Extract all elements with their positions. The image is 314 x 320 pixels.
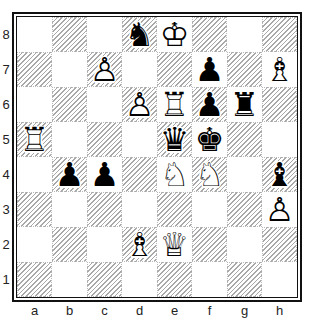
square-a1[interactable]	[17, 262, 52, 297]
white-bishop-piece-glyph: ♗	[265, 52, 295, 87]
square-c2[interactable]	[87, 227, 122, 262]
rank-labels: 87654321	[0, 17, 12, 297]
square-c5[interactable]	[87, 122, 122, 157]
file-label-d: d	[122, 302, 157, 319]
square-d6[interactable]: ♟♙	[122, 87, 157, 122]
black-rook-piece-glyph: ♜	[230, 87, 260, 122]
white-rook-piece: ♜♖	[157, 87, 192, 122]
file-label-g: g	[227, 302, 262, 319]
square-c6[interactable]	[87, 87, 122, 122]
square-g7[interactable]	[227, 52, 262, 87]
black-bishop-piece-glyph: ♝	[265, 157, 295, 192]
square-e4[interactable]: ♞♘	[157, 157, 192, 192]
square-b3[interactable]	[52, 192, 87, 227]
black-pawn-piece-glyph: ♟	[195, 87, 225, 122]
square-d3[interactable]	[122, 192, 157, 227]
square-b6[interactable]	[52, 87, 87, 122]
file-label-c: c	[87, 302, 122, 319]
rank-label-8: 8	[0, 17, 12, 52]
file-label-h: h	[262, 302, 297, 319]
white-knight-piece-glyph: ♘	[160, 157, 190, 192]
square-d7[interactable]	[122, 52, 157, 87]
square-b8[interactable]	[52, 17, 87, 52]
square-e3[interactable]	[157, 192, 192, 227]
square-e8[interactable]: ♚♔	[157, 17, 192, 52]
white-bishop-piece-glyph: ♗	[125, 227, 155, 262]
square-f6[interactable]: ♟♟	[192, 87, 227, 122]
white-rook-piece: ♜♖	[18, 123, 51, 156]
square-e2[interactable]: ♛♕	[157, 227, 192, 262]
square-c3[interactable]	[87, 192, 122, 227]
rank-label-5: 5	[0, 122, 12, 157]
square-g1[interactable]	[227, 262, 262, 297]
white-pawn-piece-glyph: ♙	[90, 52, 120, 87]
black-pawn-piece: ♟♟	[192, 52, 227, 87]
black-pawn-piece-glyph: ♟	[55, 157, 85, 192]
square-b7[interactable]	[52, 52, 87, 87]
square-a5[interactable]: ♜♖	[17, 122, 52, 157]
rank-label-7: 7	[0, 52, 12, 87]
white-pawn-piece-glyph: ♙	[265, 192, 295, 227]
square-a7[interactable]	[17, 52, 52, 87]
square-e7[interactable]	[157, 52, 192, 87]
black-queen-piece: ♛♛	[158, 123, 191, 156]
square-d2[interactable]: ♝♗	[122, 227, 157, 262]
black-pawn-piece: ♟♟	[87, 157, 122, 192]
square-b1[interactable]	[52, 262, 87, 297]
white-knight-piece: ♞♘	[193, 158, 226, 191]
square-g5[interactable]	[227, 122, 262, 157]
square-e1[interactable]	[157, 262, 192, 297]
square-f4[interactable]: ♞♘	[192, 157, 227, 192]
black-king-piece: ♚♚	[192, 122, 227, 157]
square-g4[interactable]	[227, 157, 262, 192]
square-g8[interactable]	[227, 17, 262, 52]
square-f1[interactable]	[192, 262, 227, 297]
square-d5[interactable]	[122, 122, 157, 157]
rank-label-1: 1	[0, 262, 12, 297]
rank-label-3: 3	[0, 192, 12, 227]
square-g2[interactable]	[227, 227, 262, 262]
black-queen-piece-glyph: ♛	[160, 122, 190, 157]
rank-label-4: 4	[0, 157, 12, 192]
black-pawn-piece-glyph: ♟	[195, 52, 225, 87]
white-bishop-piece: ♝♗	[123, 228, 156, 261]
square-c4[interactable]: ♟♟	[87, 157, 122, 192]
white-king-piece: ♚♔	[157, 17, 192, 52]
square-h1[interactable]	[262, 262, 297, 297]
white-rook-piece-glyph: ♖	[20, 122, 50, 157]
square-c7[interactable]: ♟♙	[87, 52, 122, 87]
white-pawn-piece: ♟♙	[88, 53, 121, 86]
white-knight-piece-glyph: ♘	[195, 157, 225, 192]
square-a2[interactable]	[17, 227, 52, 262]
square-a6[interactable]	[17, 87, 52, 122]
square-c8[interactable]	[87, 17, 122, 52]
square-a3[interactable]	[17, 192, 52, 227]
white-rook-piece-glyph: ♖	[160, 87, 190, 122]
square-h7[interactable]: ♝♗	[262, 52, 297, 87]
square-f5[interactable]: ♚♚	[192, 122, 227, 157]
square-h4[interactable]: ♝♝	[262, 157, 297, 192]
square-d8[interactable]: ♞♞	[122, 17, 157, 52]
square-g6[interactable]: ♜♜	[227, 87, 262, 122]
file-label-a: a	[17, 302, 52, 319]
white-bishop-piece: ♝♗	[262, 52, 297, 87]
black-rook-piece: ♜♜	[227, 87, 262, 122]
rank-label-2: 2	[0, 227, 12, 262]
black-knight-piece-glyph: ♞	[125, 17, 155, 52]
square-d1[interactable]	[122, 262, 157, 297]
square-h2[interactable]	[262, 227, 297, 262]
square-b2[interactable]	[52, 227, 87, 262]
square-h5[interactable]	[262, 122, 297, 157]
board-frame: ♞♞♚♔♟♙♟♟♝♗♟♙♜♖♟♟♜♜♜♖♛♛♚♚♟♟♟♟♞♘♞♘♝♝♟♙♝♗♛♕	[12, 12, 302, 302]
black-bishop-piece: ♝♝	[263, 158, 296, 191]
file-label-b: b	[52, 302, 87, 319]
black-pawn-piece: ♟♟	[193, 88, 226, 121]
chess-board: ♞♞♚♔♟♙♟♟♝♗♟♙♜♖♟♟♜♜♜♖♛♛♚♚♟♟♟♟♞♘♞♘♝♝♟♙♝♗♛♕	[17, 17, 297, 297]
board-inner-frame: ♞♞♚♔♟♙♟♟♝♗♟♙♜♖♟♟♜♜♜♖♛♛♚♚♟♟♟♟♞♘♞♘♝♝♟♙♝♗♛♕	[16, 16, 298, 298]
square-a8[interactable]	[17, 17, 52, 52]
square-a4[interactable]	[17, 157, 52, 192]
square-h6[interactable]	[262, 87, 297, 122]
black-king-piece-glyph: ♚	[195, 122, 225, 157]
square-e6[interactable]: ♜♖	[157, 87, 192, 122]
square-d4[interactable]	[122, 157, 157, 192]
white-king-piece-glyph: ♔	[160, 17, 190, 52]
square-g3[interactable]	[227, 192, 262, 227]
square-h8[interactable]	[262, 17, 297, 52]
file-label-e: e	[157, 302, 192, 319]
square-h3[interactable]: ♟♙	[262, 192, 297, 227]
white-pawn-piece: ♟♙	[123, 88, 156, 121]
square-f8[interactable]	[192, 17, 227, 52]
black-knight-piece: ♞♞	[123, 18, 156, 51]
square-f2[interactable]	[192, 227, 227, 262]
square-c1[interactable]	[87, 262, 122, 297]
square-f3[interactable]	[192, 192, 227, 227]
white-queen-piece-glyph: ♕	[160, 227, 190, 262]
rank-label-6: 6	[0, 87, 12, 122]
white-knight-piece: ♞♘	[157, 157, 192, 192]
white-pawn-piece: ♟♙	[262, 192, 297, 227]
square-e5[interactable]: ♛♛	[157, 122, 192, 157]
square-f7[interactable]: ♟♟	[192, 52, 227, 87]
square-b5[interactable]	[52, 122, 87, 157]
white-pawn-piece-glyph: ♙	[125, 87, 155, 122]
black-pawn-piece: ♟♟	[53, 158, 86, 191]
square-b4[interactable]: ♟♟	[52, 157, 87, 192]
white-queen-piece: ♛♕	[157, 227, 192, 262]
file-labels: abcdefgh	[17, 302, 297, 319]
file-label-f: f	[192, 302, 227, 319]
black-pawn-piece-glyph: ♟	[90, 157, 120, 192]
chess-diagram: 87654321 ♞♞♚♔♟♙♟♟♝♗♟♙♜♖♟♟♜♜♜♖♛♛♚♚♟♟♟♟♞♘♞…	[0, 0, 314, 320]
